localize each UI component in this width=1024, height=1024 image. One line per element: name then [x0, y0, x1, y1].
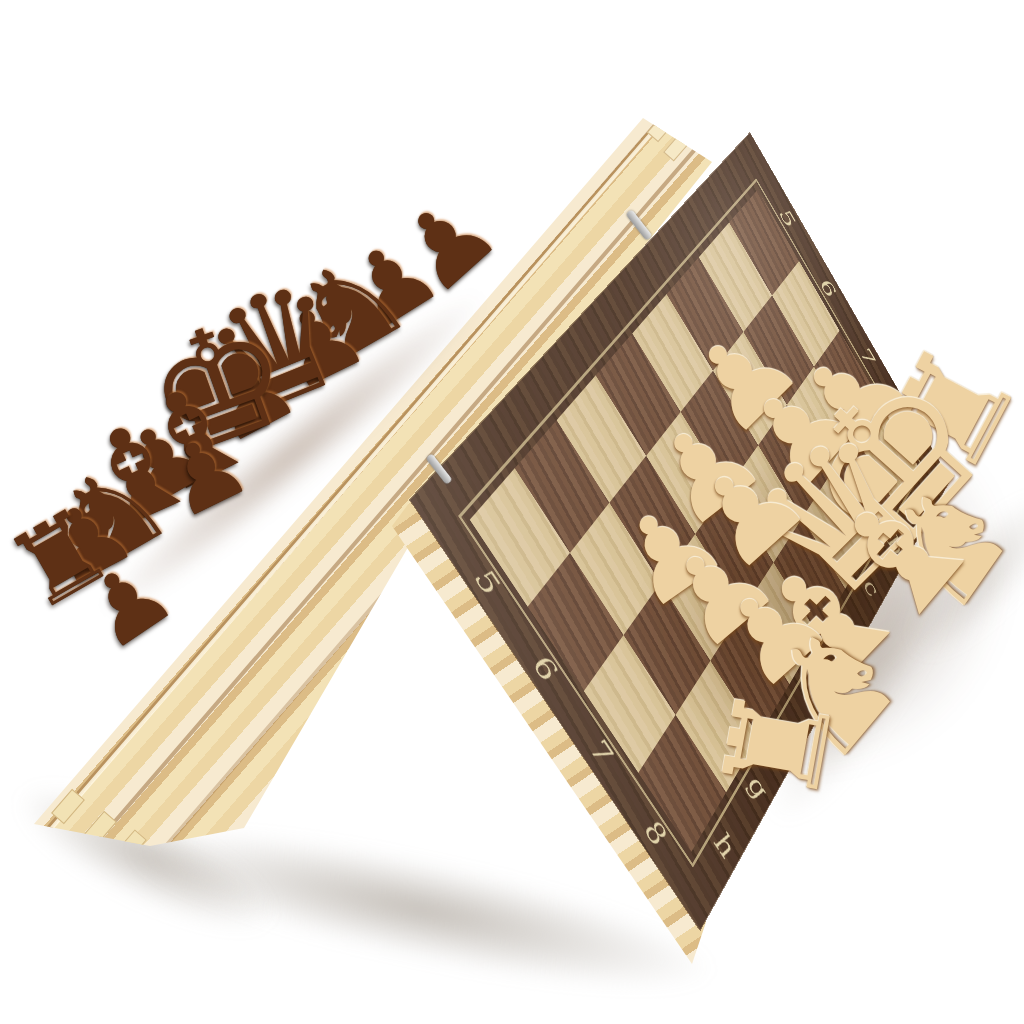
dovetail-joint — [647, 113, 675, 142]
light-rook: ♜ — [703, 675, 854, 814]
finger-joint — [83, 811, 117, 846]
product-photo-scene: 55667788hgfedcba ♟♟♞♟♛♟♚♝♟♝♟♞♟♜♟♟♜♟♟♚♟♞♛… — [0, 0, 1024, 1024]
finger-joint — [115, 829, 147, 862]
